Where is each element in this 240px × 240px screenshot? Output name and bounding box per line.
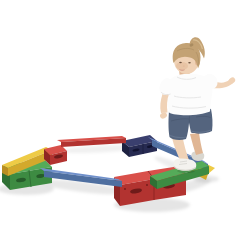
red-block-screw-dot [124, 188, 126, 190]
left-eye [179, 62, 182, 64]
nose [183, 65, 185, 66]
product-photo: Product photo: a toddler girl with a blo… [0, 0, 240, 240]
right-eye [188, 62, 191, 64]
red-block-screw-dot [146, 184, 148, 186]
cheek-shade [176, 62, 188, 70]
photo-canvas [0, 0, 240, 240]
